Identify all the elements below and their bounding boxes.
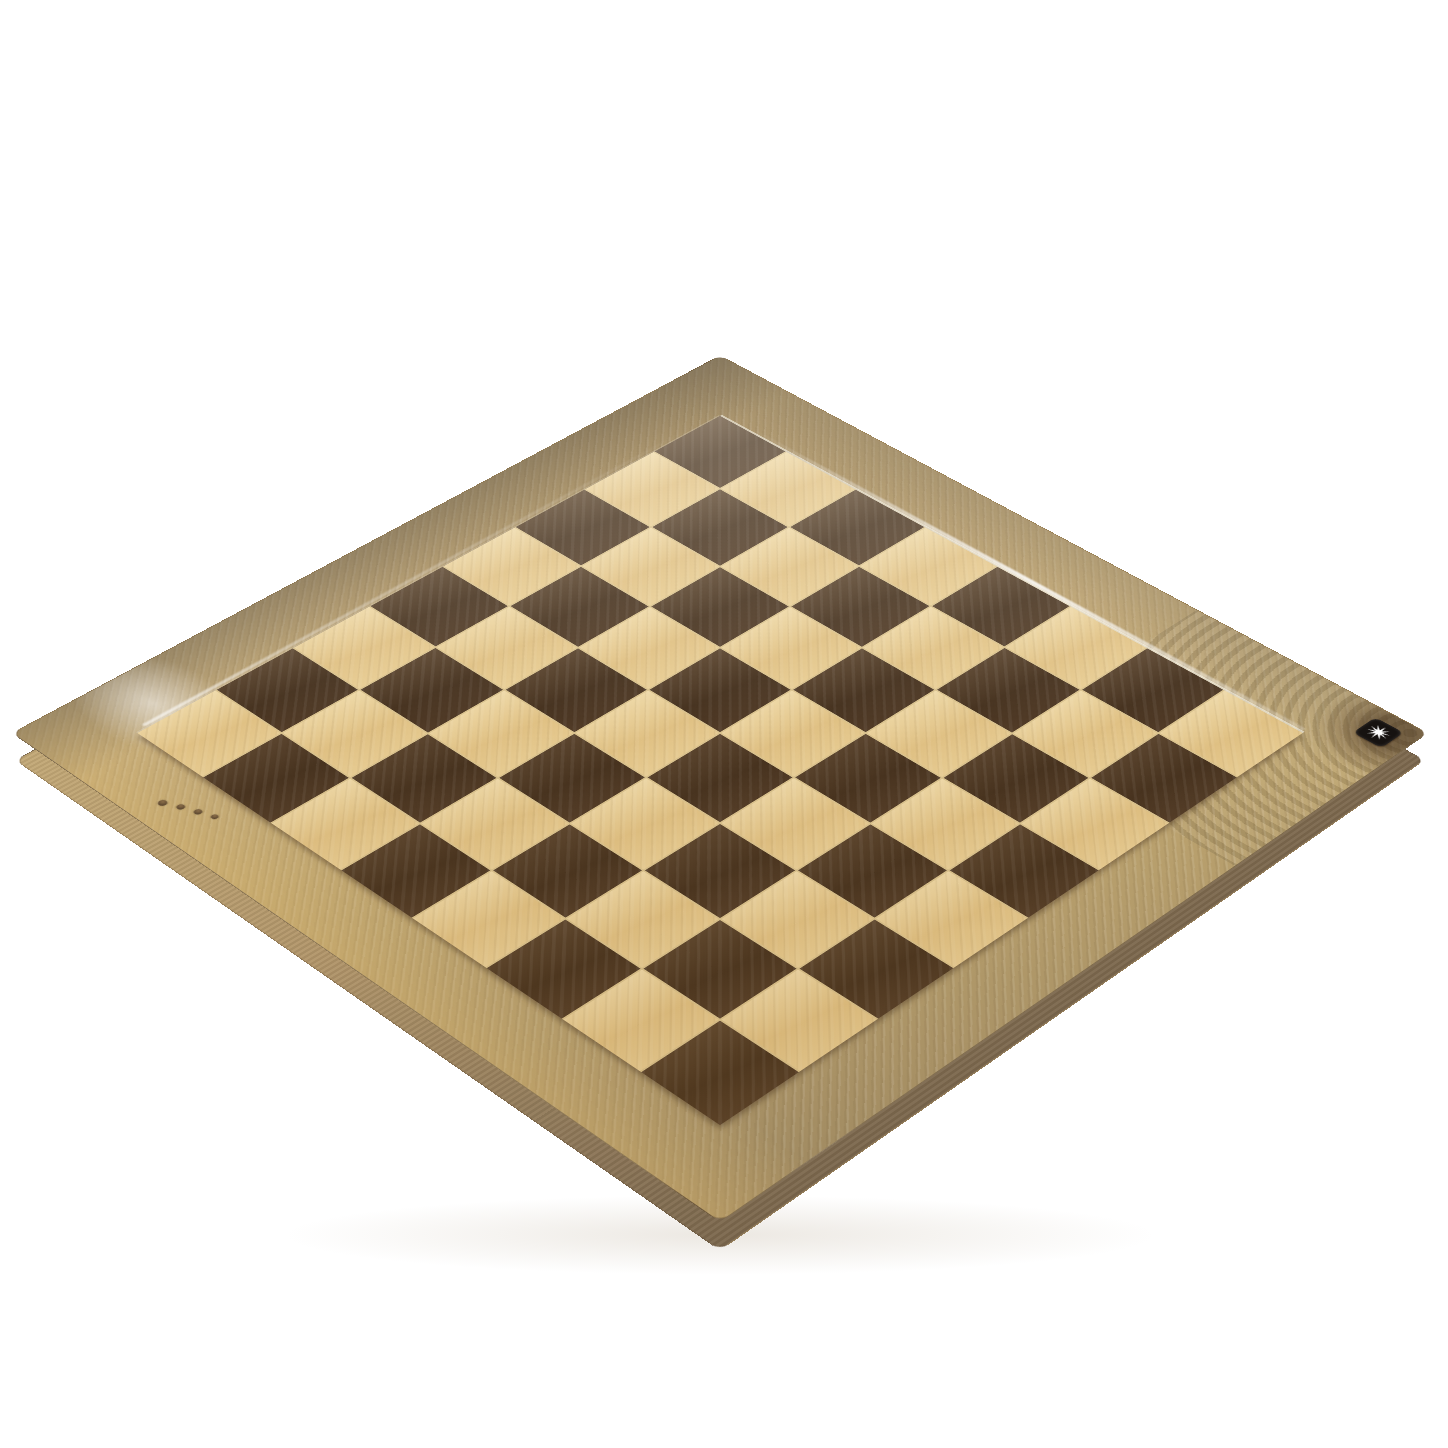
frame-dot [175, 803, 187, 810]
frame-dot [192, 808, 204, 815]
brand-logo-chip [1353, 717, 1404, 748]
frame-dot [210, 814, 220, 820]
checkerboard-field [137, 416, 1302, 1125]
chessboard [11, 355, 1428, 1222]
frame-dot [156, 799, 169, 807]
phoenix-emblem-icon [1360, 722, 1397, 744]
product-photo-stage [0, 0, 1448, 1448]
